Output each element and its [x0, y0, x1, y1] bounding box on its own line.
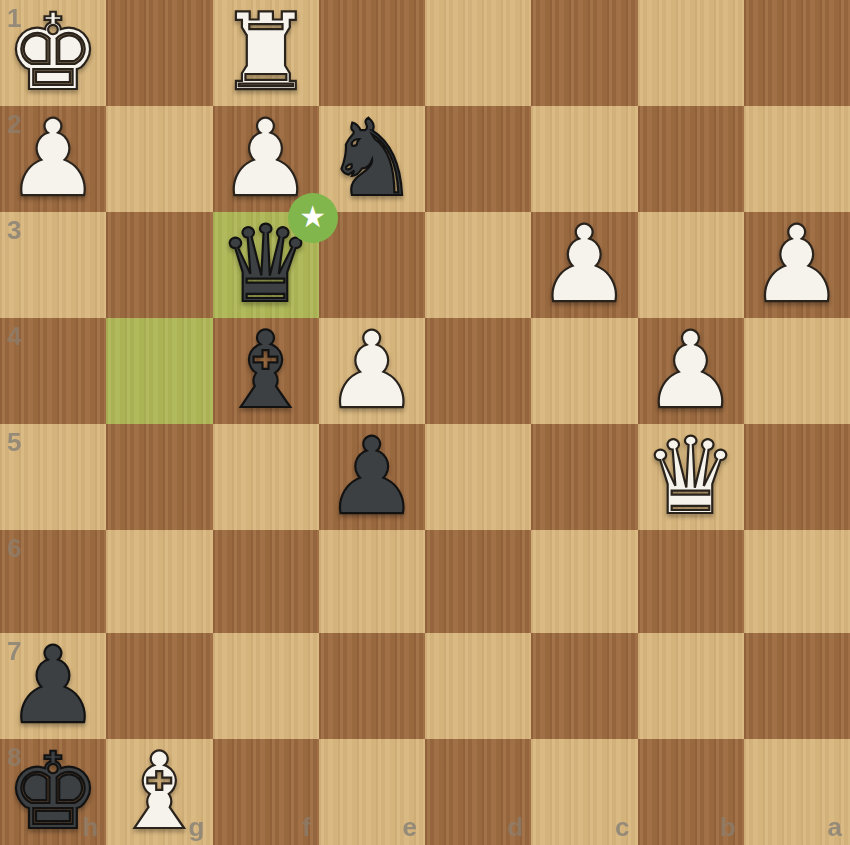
- square-a5[interactable]: [744, 424, 850, 530]
- rank-label-5: 5: [7, 427, 21, 458]
- square-h8[interactable]: 8h♚: [0, 739, 106, 845]
- best-move-star-badge: ★: [288, 193, 338, 243]
- square-a1[interactable]: [744, 0, 850, 106]
- square-h3[interactable]: 3: [0, 212, 106, 318]
- piece-white-pawn-h2[interactable]: ♟: [6, 106, 101, 212]
- square-e1[interactable]: [319, 0, 425, 106]
- piece-white-bishop-g8[interactable]: ♝: [112, 739, 207, 845]
- square-d7[interactable]: [425, 633, 531, 739]
- piece-white-pawn-e4[interactable]: ♟: [324, 318, 419, 424]
- file-label-b: b: [720, 812, 736, 843]
- square-e4[interactable]: ♟: [319, 318, 425, 424]
- square-g7[interactable]: [106, 633, 212, 739]
- square-h6[interactable]: 6: [0, 530, 106, 633]
- square-d4[interactable]: [425, 318, 531, 424]
- square-e5[interactable]: ♟: [319, 424, 425, 530]
- square-h1[interactable]: 1♚: [0, 0, 106, 106]
- square-f7[interactable]: [213, 633, 319, 739]
- square-g8[interactable]: g♝: [106, 739, 212, 845]
- square-b5[interactable]: ♛: [638, 424, 744, 530]
- square-d3[interactable]: [425, 212, 531, 318]
- square-a8[interactable]: a: [744, 739, 850, 845]
- square-d1[interactable]: [425, 0, 531, 106]
- square-b7[interactable]: [638, 633, 744, 739]
- square-h2[interactable]: 2♟: [0, 106, 106, 212]
- piece-white-king-h1[interactable]: ♚: [6, 0, 101, 106]
- square-b6[interactable]: [638, 530, 744, 633]
- square-e2[interactable]: ♞: [319, 106, 425, 212]
- square-c5[interactable]: [531, 424, 637, 530]
- square-e8[interactable]: e: [319, 739, 425, 845]
- file-label-c: c: [615, 812, 629, 843]
- square-f8[interactable]: f: [213, 739, 319, 845]
- square-a2[interactable]: [744, 106, 850, 212]
- square-f4[interactable]: ♝: [213, 318, 319, 424]
- square-b4[interactable]: ♟: [638, 318, 744, 424]
- square-b2[interactable]: [638, 106, 744, 212]
- square-h4[interactable]: 4: [0, 318, 106, 424]
- piece-black-bishop-f4[interactable]: ♝: [218, 318, 313, 424]
- star-icon: ★: [299, 202, 326, 235]
- piece-white-pawn-a3[interactable]: ♟: [749, 212, 844, 318]
- square-a7[interactable]: [744, 633, 850, 739]
- piece-black-pawn-e5[interactable]: ♟: [324, 424, 419, 530]
- square-g5[interactable]: [106, 424, 212, 530]
- square-g3[interactable]: [106, 212, 212, 318]
- square-f6[interactable]: [213, 530, 319, 633]
- square-c1[interactable]: [531, 0, 637, 106]
- square-h7[interactable]: 7♟: [0, 633, 106, 739]
- square-c7[interactable]: [531, 633, 637, 739]
- square-d6[interactable]: [425, 530, 531, 633]
- square-d5[interactable]: [425, 424, 531, 530]
- piece-white-pawn-c3[interactable]: ♟: [537, 212, 632, 318]
- square-g2[interactable]: [106, 106, 212, 212]
- file-label-e: e: [403, 812, 417, 843]
- rank-label-4: 4: [7, 321, 21, 352]
- square-g1[interactable]: [106, 0, 212, 106]
- square-h5[interactable]: 5: [0, 424, 106, 530]
- square-e7[interactable]: [319, 633, 425, 739]
- rank-label-6: 6: [7, 533, 21, 564]
- square-b3[interactable]: [638, 212, 744, 318]
- chess-board: ★ 1♚♜2♟♟♞3♛♟♟4♝♟♟5♟♛67♟8h♚g♝fedcba: [0, 0, 850, 845]
- piece-white-rook-f1[interactable]: ♜: [218, 0, 313, 106]
- file-label-a: a: [828, 812, 842, 843]
- square-c6[interactable]: [531, 530, 637, 633]
- square-a4[interactable]: [744, 318, 850, 424]
- piece-black-pawn-h7[interactable]: ♟: [6, 633, 101, 739]
- square-c8[interactable]: c: [531, 739, 637, 845]
- square-g4[interactable]: [106, 318, 212, 424]
- square-a3[interactable]: ♟: [744, 212, 850, 318]
- square-f1[interactable]: ♜: [213, 0, 319, 106]
- square-f5[interactable]: [213, 424, 319, 530]
- square-c2[interactable]: [531, 106, 637, 212]
- square-c3[interactable]: ♟: [531, 212, 637, 318]
- square-g6[interactable]: [106, 530, 212, 633]
- file-label-d: d: [507, 812, 523, 843]
- piece-black-knight-e2[interactable]: ♞: [324, 106, 419, 212]
- square-d8[interactable]: d: [425, 739, 531, 845]
- square-a6[interactable]: [744, 530, 850, 633]
- square-c4[interactable]: [531, 318, 637, 424]
- square-d2[interactable]: [425, 106, 531, 212]
- piece-white-pawn-b4[interactable]: ♟: [643, 318, 738, 424]
- piece-black-king-h8[interactable]: ♚: [6, 739, 101, 845]
- square-b1[interactable]: [638, 0, 744, 106]
- piece-white-queen-b5[interactable]: ♛: [643, 424, 738, 530]
- square-b8[interactable]: b: [638, 739, 744, 845]
- file-label-f: f: [302, 812, 311, 843]
- square-e6[interactable]: [319, 530, 425, 633]
